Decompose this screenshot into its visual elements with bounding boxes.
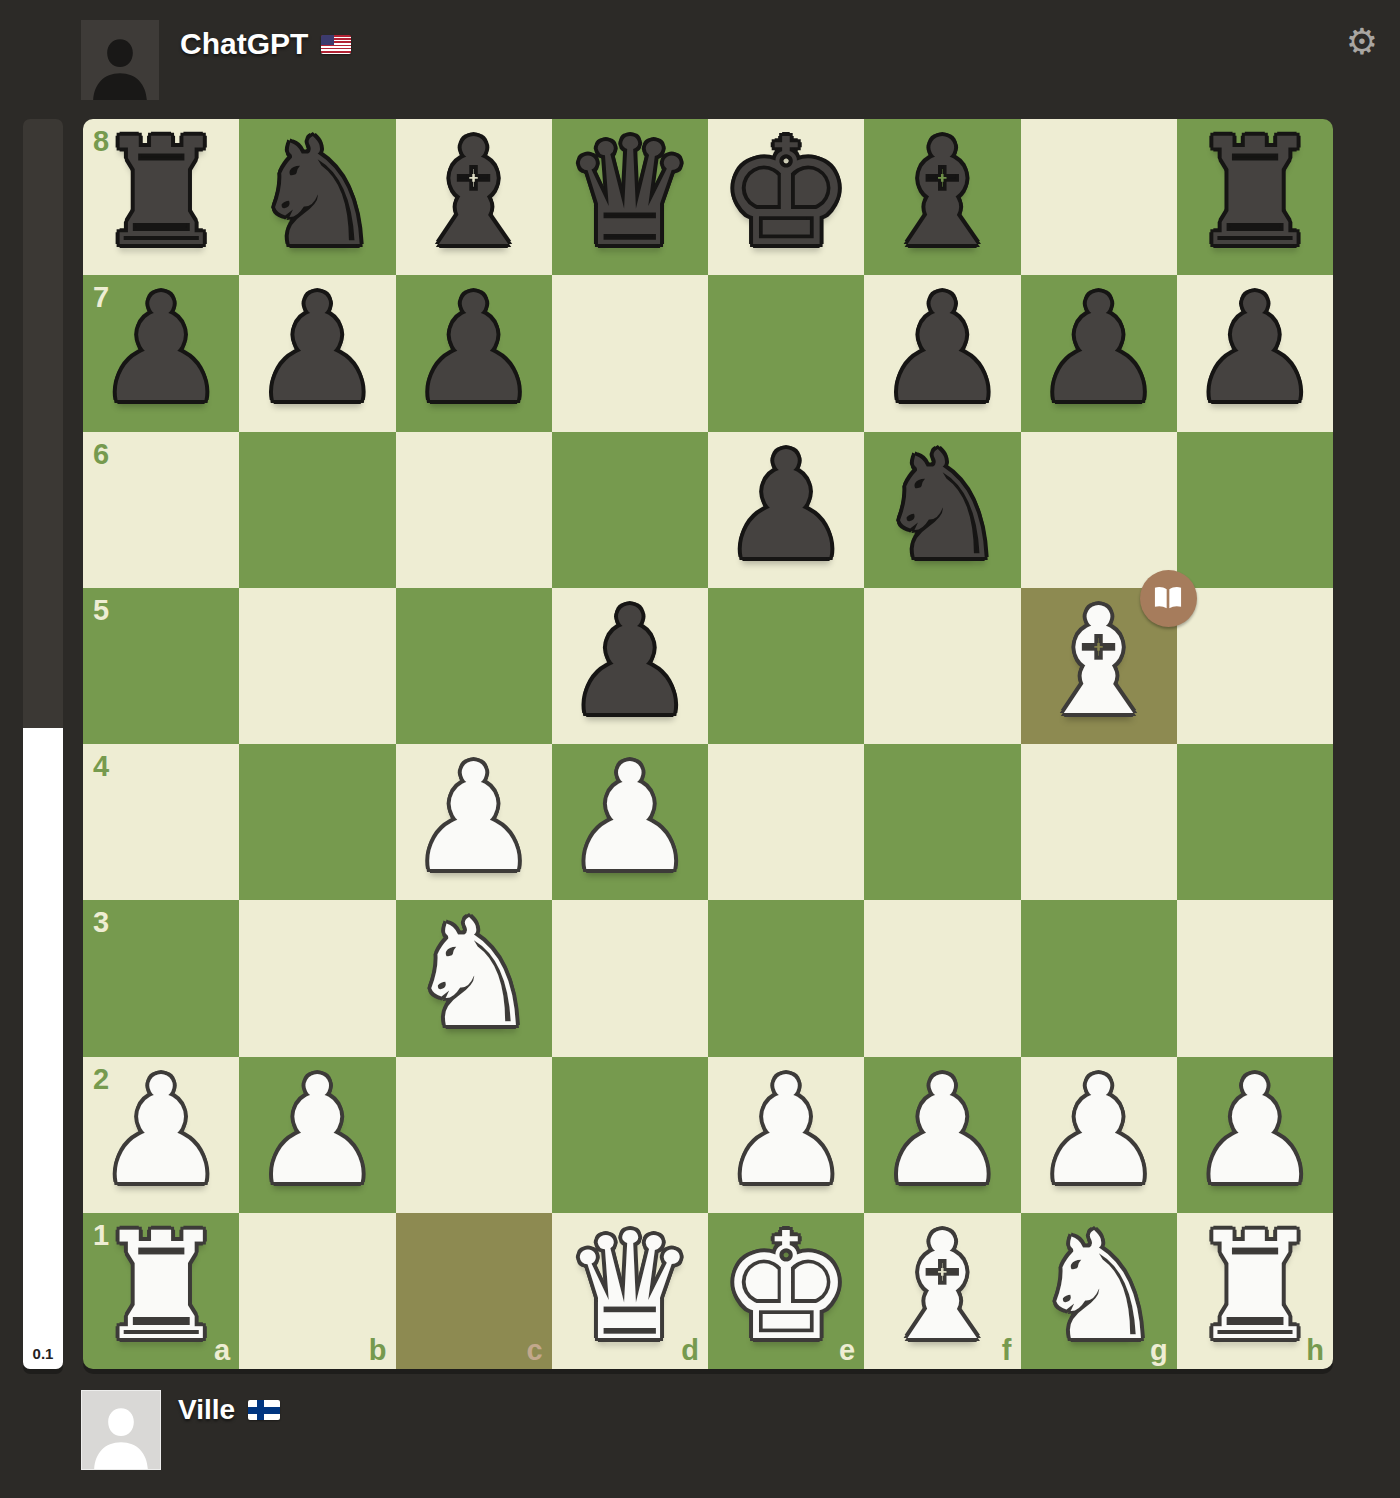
- black-rook-a8[interactable]: ♜: [95, 119, 228, 267]
- rank-label-3: 3: [93, 908, 109, 937]
- player-bottom-avatar[interactable]: [81, 1390, 161, 1470]
- chess-board: 8♜♞♝♛♚♝♜7♟♟♟♟♟♟6♟♞5♟♝4♟♟3♞2♟♟♟♟♟♟1a♜bcd♛…: [83, 119, 1333, 1369]
- square-b5[interactable]: [239, 588, 395, 744]
- square-f2[interactable]: ♟: [864, 1057, 1020, 1213]
- person-silhouette-icon: [85, 30, 155, 100]
- square-e7[interactable]: [708, 275, 864, 431]
- rank-label-6: 6: [93, 440, 109, 469]
- black-pawn-h7[interactable]: ♟: [1189, 275, 1322, 423]
- square-c5[interactable]: [396, 588, 552, 744]
- square-c2[interactable]: [396, 1057, 552, 1213]
- square-a5[interactable]: 5: [83, 588, 239, 744]
- rank-label-5: 5: [93, 596, 109, 625]
- white-pawn-b2[interactable]: ♟: [251, 1057, 384, 1205]
- square-h1[interactable]: h♜: [1177, 1213, 1333, 1369]
- black-bishop-c8[interactable]: ♝: [407, 119, 540, 267]
- square-b6[interactable]: [239, 432, 395, 588]
- open-book-icon: [1152, 585, 1184, 612]
- white-pawn-g2[interactable]: ♟: [1032, 1057, 1165, 1205]
- square-b1[interactable]: b: [239, 1213, 395, 1369]
- file-label-b: b: [369, 1336, 387, 1365]
- black-king-e8[interactable]: ♚: [720, 119, 853, 267]
- square-e3[interactable]: [708, 900, 864, 1056]
- square-g1[interactable]: g♞: [1021, 1213, 1177, 1369]
- square-g4[interactable]: [1021, 744, 1177, 900]
- eval-score: 0.1: [33, 1345, 54, 1369]
- square-b4[interactable]: [239, 744, 395, 900]
- square-b3[interactable]: [239, 900, 395, 1056]
- player-bottom-name: Ville: [178, 1394, 235, 1426]
- square-f6[interactable]: ♞: [864, 432, 1020, 588]
- white-knight-c3[interactable]: ♞: [407, 900, 540, 1048]
- square-b2[interactable]: ♟: [239, 1057, 395, 1213]
- square-d8[interactable]: ♛: [552, 119, 708, 275]
- square-g2[interactable]: ♟: [1021, 1057, 1177, 1213]
- square-b8[interactable]: ♞: [239, 119, 395, 275]
- square-d2[interactable]: [552, 1057, 708, 1213]
- white-king-e1[interactable]: ♚: [720, 1213, 853, 1361]
- square-e4[interactable]: [708, 744, 864, 900]
- white-pawn-e2[interactable]: ♟: [720, 1057, 853, 1205]
- square-e8[interactable]: ♚: [708, 119, 864, 275]
- square-d1[interactable]: d♛: [552, 1213, 708, 1369]
- square-h4[interactable]: [1177, 744, 1333, 900]
- square-f3[interactable]: [864, 900, 1020, 1056]
- black-pawn-d5[interactable]: ♟: [564, 588, 697, 736]
- square-h7[interactable]: ♟: [1177, 275, 1333, 431]
- white-pawn-f2[interactable]: ♟: [876, 1057, 1009, 1205]
- square-g8[interactable]: [1021, 119, 1177, 275]
- square-d5[interactable]: ♟: [552, 588, 708, 744]
- white-bishop-f1[interactable]: ♝: [876, 1213, 1009, 1361]
- us-flag-icon: [321, 35, 351, 54]
- black-pawn-a7[interactable]: ♟: [95, 275, 228, 423]
- square-c4[interactable]: ♟: [396, 744, 552, 900]
- square-f4[interactable]: [864, 744, 1020, 900]
- rank-label-4: 4: [93, 752, 109, 781]
- gear-icon: ⚙: [1346, 24, 1378, 60]
- square-h3[interactable]: [1177, 900, 1333, 1056]
- square-a3[interactable]: 3: [83, 900, 239, 1056]
- square-c1[interactable]: c: [396, 1213, 552, 1369]
- finland-flag-icon: [248, 1400, 280, 1420]
- eval-bar: 0.1: [23, 119, 63, 1369]
- square-f5[interactable]: [864, 588, 1020, 744]
- square-e6[interactable]: ♟: [708, 432, 864, 588]
- square-g5[interactable]: ♝: [1021, 588, 1177, 744]
- white-rook-h1[interactable]: ♜: [1189, 1213, 1322, 1361]
- square-d7[interactable]: [552, 275, 708, 431]
- square-h5[interactable]: [1177, 588, 1333, 744]
- black-bishop-f8[interactable]: ♝: [876, 119, 1009, 267]
- square-a2[interactable]: 2♟: [83, 1057, 239, 1213]
- black-pawn-b7[interactable]: ♟: [251, 275, 384, 423]
- black-pawn-c7[interactable]: ♟: [407, 275, 540, 423]
- white-pawn-c4[interactable]: ♟: [407, 744, 540, 892]
- file-label-c: c: [527, 1336, 543, 1365]
- square-a4[interactable]: 4: [83, 744, 239, 900]
- square-a7[interactable]: 7♟: [83, 275, 239, 431]
- square-c7[interactable]: ♟: [396, 275, 552, 431]
- square-f7[interactable]: ♟: [864, 275, 1020, 431]
- square-c8[interactable]: ♝: [396, 119, 552, 275]
- square-h2[interactable]: ♟: [1177, 1057, 1333, 1213]
- eval-bar-white: 0.1: [23, 728, 63, 1369]
- square-e5[interactable]: [708, 588, 864, 744]
- square-c6[interactable]: [396, 432, 552, 588]
- square-g6[interactable]: [1021, 432, 1177, 588]
- player-bottom-row: Ville: [178, 1390, 280, 1430]
- square-a1[interactable]: 1a♜: [83, 1213, 239, 1369]
- white-queen-d1[interactable]: ♛: [564, 1213, 697, 1361]
- square-d6[interactable]: [552, 432, 708, 588]
- square-d4[interactable]: ♟: [552, 744, 708, 900]
- square-g3[interactable]: [1021, 900, 1177, 1056]
- black-knight-b8[interactable]: ♞: [251, 119, 384, 267]
- square-e2[interactable]: ♟: [708, 1057, 864, 1213]
- white-pawn-a2[interactable]: ♟: [95, 1057, 228, 1205]
- white-pawn-d4[interactable]: ♟: [564, 744, 697, 892]
- square-a6[interactable]: 6: [83, 432, 239, 588]
- player-top-avatar[interactable]: [81, 20, 159, 100]
- square-c3[interactable]: ♞: [396, 900, 552, 1056]
- black-pawn-f7[interactable]: ♟: [876, 275, 1009, 423]
- white-knight-g1[interactable]: ♞: [1032, 1213, 1165, 1361]
- black-queen-d8[interactable]: ♛: [564, 119, 697, 267]
- black-pawn-g7[interactable]: ♟: [1032, 275, 1165, 423]
- square-e1[interactable]: e♚: [708, 1213, 864, 1369]
- player-top-row: ChatGPT: [180, 22, 351, 66]
- square-g7[interactable]: ♟: [1021, 275, 1177, 431]
- white-pawn-h2[interactable]: ♟: [1189, 1057, 1322, 1205]
- black-knight-f6[interactable]: ♞: [876, 432, 1009, 580]
- square-h8[interactable]: ♜: [1177, 119, 1333, 275]
- square-a8[interactable]: 8♜: [83, 119, 239, 275]
- player-top-name: ChatGPT: [180, 27, 308, 61]
- person-silhouette-icon: [86, 1399, 156, 1469]
- square-d3[interactable]: [552, 900, 708, 1056]
- black-rook-h8[interactable]: ♜: [1189, 119, 1322, 267]
- square-h6[interactable]: [1177, 432, 1333, 588]
- settings-button[interactable]: ⚙: [1338, 18, 1386, 66]
- book-move-icon: [1140, 570, 1197, 627]
- square-f8[interactable]: ♝: [864, 119, 1020, 275]
- square-f1[interactable]: f♝: [864, 1213, 1020, 1369]
- black-pawn-e6[interactable]: ♟: [720, 432, 853, 580]
- square-b7[interactable]: ♟: [239, 275, 395, 431]
- white-rook-a1[interactable]: ♜: [95, 1213, 228, 1361]
